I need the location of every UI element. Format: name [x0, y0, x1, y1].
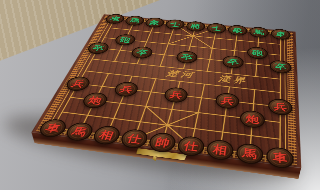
piece-black-chariot[interactable]: 車 [271, 28, 291, 40]
piece-glyph: 卒 [180, 53, 193, 61]
photo-stage: 楚河 漢界 車馬象士將士象馬車砲砲卒卒卒卒卒兵兵兵兵兵炮炮車馬相仕帥仕相馬車 [0, 0, 320, 190]
piece-top-face: 士 [206, 23, 227, 35]
piece-black-cannon[interactable]: 砲 [247, 46, 268, 60]
piece-glyph: 士 [169, 21, 181, 27]
piece-glyph: 卒 [275, 63, 287, 71]
piece-black-advisor[interactable]: 士 [164, 19, 186, 30]
scene: 楚河 漢界 車馬象士將士象馬車砲砲卒卒卒卒卒兵兵兵兵兵炮炮車馬相仕帥仕相馬車 [0, 0, 320, 190]
piece-glyph: 卒 [135, 49, 148, 56]
piece-glyph: 馬 [254, 29, 265, 35]
piece-glyph: 車 [109, 16, 121, 22]
piece-top-face: 卒 [270, 60, 292, 75]
brass-clasp [136, 148, 187, 160]
piece-glyph: 馬 [129, 18, 141, 24]
piece-top-face: 車 [271, 28, 291, 40]
piece-glyph: 卒 [91, 44, 105, 51]
piece-glyph: 卒 [227, 58, 239, 66]
piece-black-elephant[interactable]: 象 [227, 24, 247, 36]
piece-black-soldier[interactable]: 卒 [175, 50, 199, 64]
decorative-border-right [287, 32, 297, 165]
piece-top-face: 馬 [249, 26, 269, 38]
piece-top-face: 砲 [247, 46, 268, 60]
board: 楚河 漢界 車馬象士將士象馬車砲砲卒卒卒卒卒兵兵兵兵兵炮炮車馬相仕帥仕相馬車 [31, 14, 301, 168]
piece-glyph: 士 [211, 25, 222, 31]
piece-glyph: 砲 [252, 49, 264, 56]
piece-black-soldier[interactable]: 卒 [270, 60, 292, 75]
piece-black-advisor[interactable]: 士 [206, 23, 227, 35]
piece-glyph: 象 [232, 27, 243, 33]
piece-glyph: 砲 [119, 36, 132, 43]
piece-glyph: 象 [149, 20, 161, 26]
brass-clasp-hook [153, 156, 157, 161]
piece-top-face: 象 [227, 24, 247, 36]
piece-glyph: 將 [190, 23, 201, 29]
piece-black-soldier[interactable]: 卒 [222, 55, 245, 69]
piece-top-face: 卒 [175, 50, 199, 64]
piece-black-elephant[interactable]: 象 [144, 17, 166, 28]
piece-black-horse[interactable]: 馬 [249, 26, 269, 38]
piece-top-face: 卒 [222, 55, 245, 69]
piece-glyph: 車 [275, 31, 286, 38]
piece-black-general[interactable]: 將 [185, 21, 206, 32]
piece-top-face: 士 [164, 19, 186, 30]
piece-top-face: 象 [144, 17, 166, 28]
piece-top-face: 將 [185, 21, 206, 32]
